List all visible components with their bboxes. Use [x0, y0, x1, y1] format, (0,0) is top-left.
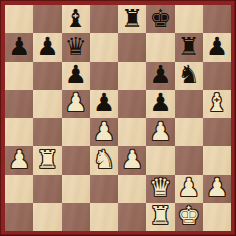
square-h3[interactable]	[203, 146, 231, 174]
square-a3[interactable]: ♟	[5, 146, 33, 174]
piece-black-pawn: ♟	[149, 90, 171, 115]
piece-black-knight: ♞	[177, 62, 199, 87]
square-d1[interactable]	[90, 203, 118, 231]
square-h4[interactable]	[203, 118, 231, 146]
piece-white-rook: ♜	[149, 203, 171, 228]
piece-black-rook: ♜	[177, 34, 199, 59]
square-e7[interactable]	[118, 33, 146, 61]
square-c4[interactable]	[62, 118, 90, 146]
piece-white-bishop: ♝	[206, 90, 228, 115]
square-d4[interactable]: ♟	[90, 118, 118, 146]
square-c2[interactable]	[62, 175, 90, 203]
square-a1[interactable]	[5, 203, 33, 231]
piece-white-rook: ♜	[36, 147, 58, 172]
square-a7[interactable]: ♟	[5, 33, 33, 61]
square-b2[interactable]	[33, 175, 61, 203]
square-b6[interactable]	[33, 62, 61, 90]
square-b3[interactable]: ♜	[33, 146, 61, 174]
piece-white-queen: ♛	[149, 175, 171, 200]
square-f7[interactable]	[146, 33, 174, 61]
square-g2[interactable]: ♟	[175, 175, 203, 203]
square-h5[interactable]: ♝	[203, 90, 231, 118]
square-f3[interactable]	[146, 146, 174, 174]
square-b4[interactable]	[33, 118, 61, 146]
piece-black-pawn: ♟	[64, 62, 86, 87]
square-b7[interactable]: ♟	[33, 33, 61, 61]
square-a4[interactable]	[5, 118, 33, 146]
piece-black-pawn: ♟	[36, 34, 58, 59]
piece-black-bishop: ♝	[64, 6, 86, 31]
square-c8[interactable]: ♝	[62, 5, 90, 33]
square-c3[interactable]	[62, 146, 90, 174]
piece-black-pawn: ♟	[149, 62, 171, 87]
piece-white-pawn: ♟	[8, 147, 30, 172]
square-c5[interactable]: ♟	[62, 90, 90, 118]
square-e5[interactable]	[118, 90, 146, 118]
square-h8[interactable]	[203, 5, 231, 33]
square-h7[interactable]: ♟	[203, 33, 231, 61]
square-d6[interactable]	[90, 62, 118, 90]
piece-white-pawn: ♟	[93, 119, 115, 144]
piece-black-queen: ♛	[64, 34, 86, 59]
square-g4[interactable]	[175, 118, 203, 146]
square-h6[interactable]	[203, 62, 231, 90]
chess-board-frame: ♝♜♚♟♟♛♜♟♟♟♞♟♟♟♝♟♟♟♜♞♟♛♟♟♜♚	[0, 0, 236, 236]
square-f1[interactable]: ♜	[146, 203, 174, 231]
square-f8[interactable]: ♚	[146, 5, 174, 33]
piece-black-pawn: ♟	[206, 34, 228, 59]
square-h2[interactable]: ♟	[203, 175, 231, 203]
square-e4[interactable]	[118, 118, 146, 146]
square-a8[interactable]	[5, 5, 33, 33]
square-b1[interactable]	[33, 203, 61, 231]
piece-black-king: ♚	[149, 6, 171, 31]
square-h1[interactable]	[203, 203, 231, 231]
square-f6[interactable]: ♟	[146, 62, 174, 90]
square-g1[interactable]: ♚	[175, 203, 203, 231]
piece-white-knight: ♞	[93, 147, 115, 172]
square-c6[interactable]: ♟	[62, 62, 90, 90]
square-g3[interactable]	[175, 146, 203, 174]
square-g8[interactable]	[175, 5, 203, 33]
square-g6[interactable]: ♞	[175, 62, 203, 90]
square-d2[interactable]	[90, 175, 118, 203]
square-d3[interactable]: ♞	[90, 146, 118, 174]
piece-white-pawn: ♟	[64, 90, 86, 115]
square-f5[interactable]: ♟	[146, 90, 174, 118]
piece-white-king: ♚	[177, 203, 199, 228]
square-d7[interactable]	[90, 33, 118, 61]
piece-black-rook: ♜	[121, 6, 143, 31]
square-a2[interactable]	[5, 175, 33, 203]
piece-white-pawn: ♟	[121, 147, 143, 172]
square-d8[interactable]	[90, 5, 118, 33]
piece-white-pawn: ♟	[177, 175, 199, 200]
square-f4[interactable]: ♟	[146, 118, 174, 146]
piece-black-pawn: ♟	[8, 34, 30, 59]
piece-white-pawn: ♟	[149, 119, 171, 144]
piece-white-pawn: ♟	[206, 175, 228, 200]
square-c7[interactable]: ♛	[62, 33, 90, 61]
square-g7[interactable]: ♜	[175, 33, 203, 61]
square-b5[interactable]	[33, 90, 61, 118]
square-e1[interactable]	[118, 203, 146, 231]
square-g5[interactable]	[175, 90, 203, 118]
piece-black-pawn: ♟	[93, 90, 115, 115]
square-a6[interactable]	[5, 62, 33, 90]
square-c1[interactable]	[62, 203, 90, 231]
square-a5[interactable]	[5, 90, 33, 118]
square-e8[interactable]: ♜	[118, 5, 146, 33]
square-b8[interactable]	[33, 5, 61, 33]
square-e2[interactable]	[118, 175, 146, 203]
square-e3[interactable]: ♟	[118, 146, 146, 174]
square-e6[interactable]	[118, 62, 146, 90]
square-d5[interactable]: ♟	[90, 90, 118, 118]
square-f2[interactable]: ♛	[146, 175, 174, 203]
chess-board: ♝♜♚♟♟♛♜♟♟♟♞♟♟♟♝♟♟♟♜♞♟♛♟♟♜♚	[5, 5, 231, 231]
